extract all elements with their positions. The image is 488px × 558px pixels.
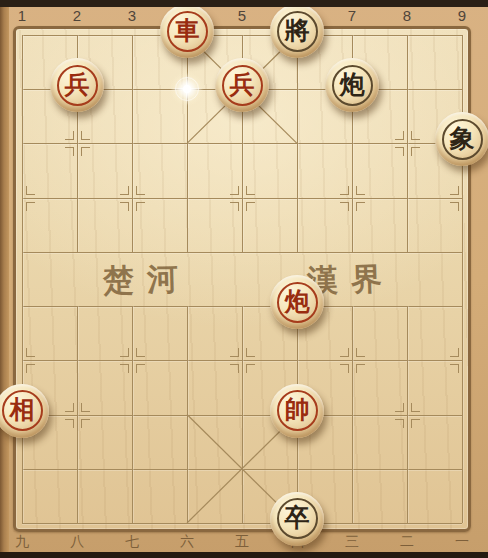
piece-black-general-ring: 將 (277, 11, 318, 52)
piece-black-cannon[interactable]: 炮 (325, 58, 379, 112)
piece-black-elephant-glyph: 象 (450, 126, 475, 151)
piece-red-general[interactable]: 帥 (270, 384, 324, 438)
piece-red-general-glyph: 帥 (285, 397, 310, 422)
piece-black-soldier[interactable]: 卒 (270, 492, 324, 546)
piece-red-chariot-glyph: 車 (175, 18, 200, 43)
piece-black-soldier-ring: 卒 (277, 498, 318, 539)
piece-red-soldier-a[interactable]: 兵 (50, 58, 104, 112)
piece-red-elephant-ring: 相 (2, 390, 43, 431)
piece-black-cannon-glyph: 炮 (340, 72, 365, 97)
piece-red-soldier-a-glyph: 兵 (65, 72, 90, 97)
piece-red-chariot-ring: 車 (167, 11, 208, 52)
piece-red-elephant[interactable]: 相 (0, 384, 49, 438)
piece-red-soldier-b-glyph: 兵 (230, 72, 255, 97)
piece-black-cannon-ring: 炮 (332, 65, 373, 106)
piece-black-general-glyph: 將 (285, 18, 310, 43)
river-label-chu-he: 楚河 (102, 258, 191, 302)
piece-red-soldier-b[interactable]: 兵 (215, 58, 269, 112)
last-move-marker (170, 72, 204, 106)
piece-red-general-ring: 帥 (277, 390, 318, 431)
piece-black-elephant[interactable]: 象 (435, 112, 488, 166)
xiangqi-board: 123456789 九八七六五四三二一 楚河 漢界 車將兵兵炮象炮相帥卒 (0, 0, 488, 558)
piece-red-chariot[interactable]: 車 (160, 4, 214, 58)
piece-red-soldier-b-ring: 兵 (222, 65, 263, 106)
piece-red-cannon-glyph: 炮 (285, 289, 310, 314)
top-edge (0, 0, 488, 7)
piece-black-elephant-ring: 象 (442, 119, 483, 160)
piece-black-soldier-glyph: 卒 (285, 505, 310, 530)
piece-red-elephant-glyph: 相 (10, 397, 35, 422)
piece-red-soldier-a-ring: 兵 (57, 65, 98, 106)
bottom-edge (0, 552, 488, 558)
piece-red-cannon[interactable]: 炮 (270, 275, 324, 329)
piece-black-general[interactable]: 將 (270, 4, 324, 58)
piece-red-cannon-ring: 炮 (277, 282, 318, 323)
